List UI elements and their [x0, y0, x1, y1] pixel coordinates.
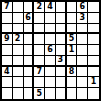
- cell-r9c3[interactable]: [24, 88, 35, 99]
- cell-r8c5[interactable]: [45, 77, 56, 88]
- cell-r6c9[interactable]: [88, 56, 99, 67]
- cell-r2c6[interactable]: [56, 13, 67, 24]
- cell-r2c2[interactable]: [13, 13, 24, 24]
- cell-r7c7[interactable]: 8: [67, 67, 78, 78]
- cell-r3c6[interactable]: [56, 24, 67, 35]
- cell-r7c2[interactable]: [13, 67, 24, 78]
- cell-r9c2[interactable]: [13, 88, 24, 99]
- cell-r4c7[interactable]: 5: [67, 34, 78, 45]
- cell-r1c7[interactable]: [67, 2, 78, 13]
- cell-r3c1[interactable]: [2, 24, 13, 35]
- cell-r1c6[interactable]: [56, 2, 67, 13]
- cell-r2c5[interactable]: [45, 13, 56, 24]
- cell-r5c2[interactable]: [13, 45, 24, 56]
- cell-r5c1[interactable]: [2, 45, 13, 56]
- cell-r5c7[interactable]: 1: [67, 45, 78, 56]
- cell-r8c8[interactable]: [77, 77, 88, 88]
- cell-r4c1[interactable]: 9: [2, 34, 13, 45]
- cell-r4c5[interactable]: [45, 34, 56, 45]
- cell-r6c4[interactable]: [34, 56, 45, 67]
- cell-r3c2[interactable]: [13, 24, 24, 35]
- cell-r6c6[interactable]: 3: [56, 56, 67, 67]
- cell-r6c1[interactable]: [2, 56, 13, 67]
- cell-r8c6[interactable]: [56, 77, 67, 88]
- cell-r9c7[interactable]: [67, 88, 78, 99]
- cell-r6c7[interactable]: [67, 56, 78, 67]
- cell-r5c5[interactable]: 6: [45, 45, 56, 56]
- cell-r4c8[interactable]: [77, 34, 88, 45]
- cell-r1c5[interactable]: 4: [45, 2, 56, 13]
- cell-r9c4[interactable]: 5: [34, 88, 45, 99]
- cell-r8c2[interactable]: [13, 77, 24, 88]
- cell-r8c3[interactable]: [24, 77, 35, 88]
- cell-r7c5[interactable]: [45, 67, 56, 78]
- cell-r7c4[interactable]: 7: [34, 67, 45, 78]
- cell-r5c6[interactable]: [56, 45, 67, 56]
- cell-r1c2[interactable]: [13, 2, 24, 13]
- cell-r2c7[interactable]: [67, 13, 78, 24]
- cell-r1c1[interactable]: 7: [2, 2, 13, 13]
- cell-r5c9[interactable]: [88, 45, 99, 56]
- cell-r2c3[interactable]: 6: [24, 13, 35, 24]
- cell-r6c2[interactable]: [13, 56, 24, 67]
- cell-r4c2[interactable]: 2: [13, 34, 24, 45]
- cell-r4c4[interactable]: [34, 34, 45, 45]
- cell-r9c8[interactable]: [77, 88, 88, 99]
- cell-r3c9[interactable]: [88, 24, 99, 35]
- cell-r6c3[interactable]: [24, 56, 35, 67]
- cell-r5c8[interactable]: [77, 45, 88, 56]
- cell-r8c7[interactable]: [67, 77, 78, 88]
- cell-r7c1[interactable]: 4: [2, 67, 13, 78]
- cell-r2c8[interactable]: 3: [77, 13, 88, 24]
- cell-r7c3[interactable]: [24, 67, 35, 78]
- cell-r6c5[interactable]: [45, 56, 56, 67]
- cell-r8c1[interactable]: [2, 77, 13, 88]
- cell-r7c6[interactable]: [56, 67, 67, 78]
- cell-r5c4[interactable]: [34, 45, 45, 56]
- cell-r5c3[interactable]: [24, 45, 35, 56]
- cell-r4c9[interactable]: [88, 34, 99, 45]
- cell-r8c4[interactable]: [34, 77, 45, 88]
- cell-r1c3[interactable]: [24, 2, 35, 13]
- cell-r1c8[interactable]: 6: [77, 2, 88, 13]
- cell-r6c8[interactable]: [77, 56, 88, 67]
- cell-r1c4[interactable]: 2: [34, 2, 45, 13]
- cell-r2c9[interactable]: [88, 13, 99, 24]
- cell-r9c6[interactable]: [56, 88, 67, 99]
- cell-r2c4[interactable]: [34, 13, 45, 24]
- cell-r2c1[interactable]: [2, 13, 13, 24]
- cell-r4c3[interactable]: [24, 34, 35, 45]
- cell-r7c8[interactable]: [77, 67, 88, 78]
- cell-r9c5[interactable]: [45, 88, 56, 99]
- cell-r9c9[interactable]: [88, 88, 99, 99]
- cell-r9c1[interactable]: [2, 88, 13, 99]
- cell-r3c8[interactable]: [77, 24, 88, 35]
- sudoku-board: 72466392561347815: [0, 0, 101, 101]
- cell-r3c3[interactable]: [24, 24, 35, 35]
- cell-r3c5[interactable]: [45, 24, 56, 35]
- cell-r3c4[interactable]: [34, 24, 45, 35]
- cell-r4c6[interactable]: [56, 34, 67, 45]
- cell-r1c9[interactable]: [88, 2, 99, 13]
- cell-r3c7[interactable]: [67, 24, 78, 35]
- cell-r7c9[interactable]: [88, 67, 99, 78]
- cell-r8c9[interactable]: 1: [88, 77, 99, 88]
